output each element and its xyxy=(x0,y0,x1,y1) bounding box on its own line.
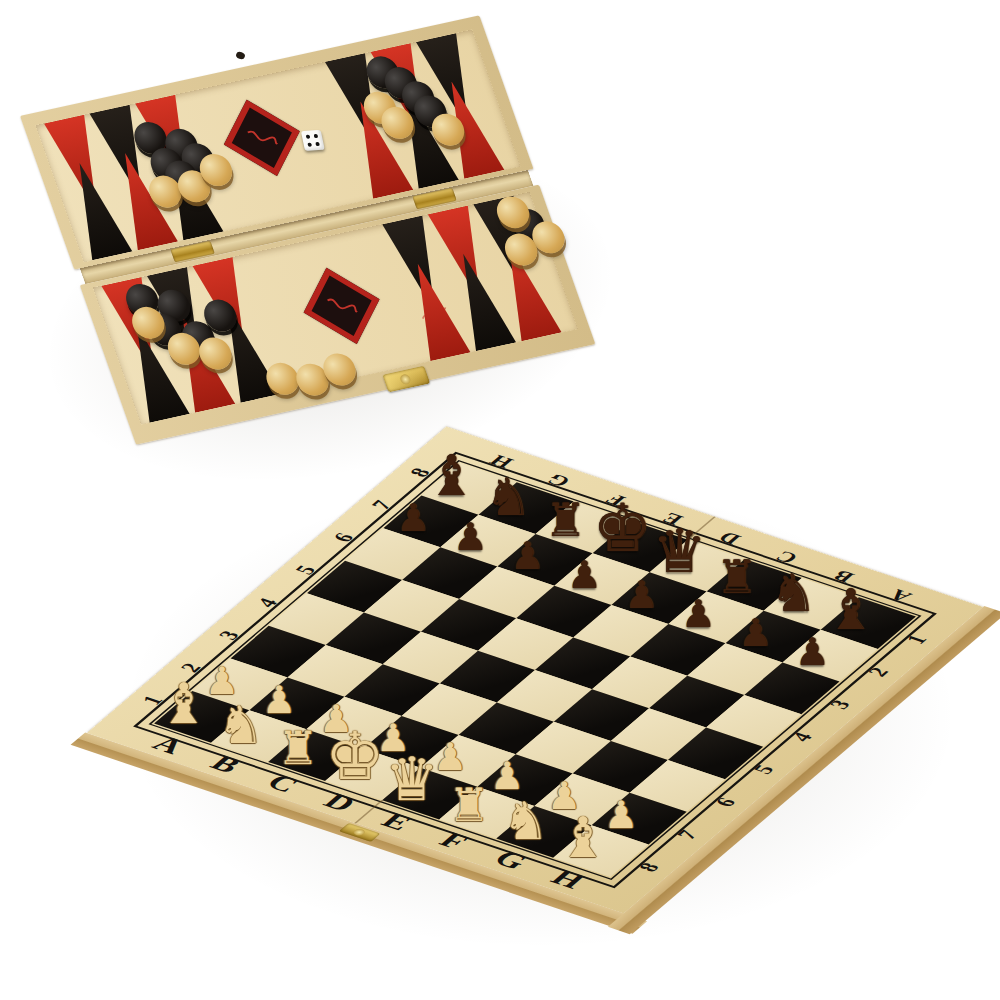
diamond-logo xyxy=(224,100,300,176)
die-pip xyxy=(314,134,319,138)
backgammon-point-red xyxy=(397,259,472,361)
diamond-logo xyxy=(304,268,380,344)
die-showing-4 xyxy=(301,130,325,151)
chess-board: HGFEDCBA ABCDEFGH 87654321 12345678 ♝♞♜♚… xyxy=(87,427,983,914)
logo-squiggle xyxy=(239,117,284,158)
backgammon-box xyxy=(20,15,595,444)
die-pip xyxy=(306,135,311,139)
die-pip xyxy=(315,142,320,146)
backgammon-point-black xyxy=(59,158,134,260)
stray-speck xyxy=(235,51,246,61)
die-pip xyxy=(307,142,312,146)
logo-squiggle xyxy=(319,285,364,326)
chess-squares: ♝♞♜♚♛♜♞♝♟♟♟♟♟♟♟♟♟♟♟♟♟♟♟♟♝♞♜♚♛♜♞♝ xyxy=(154,463,916,877)
product-photo-scene: HGFEDCBA ABCDEFGH 87654321 12345678 ♝♞♜♚… xyxy=(0,0,1000,1000)
chess-board-frame: HGFEDCBA ABCDEFGH 87654321 12345678 ♝♞♜♚… xyxy=(87,427,983,914)
